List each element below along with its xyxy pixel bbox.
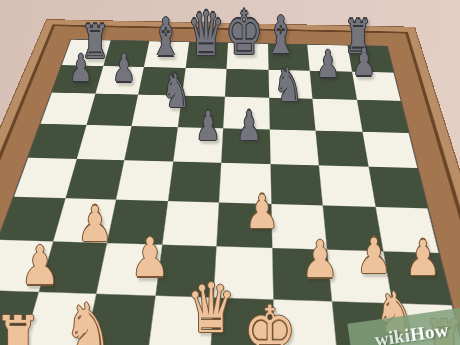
piece-white-king-e1: ♚ xyxy=(243,309,297,345)
white-pawn-glyph: ♟ xyxy=(301,235,339,286)
scene: ♜♝♛♚♝♜♟♟♟♟♞♞♟♟♟♟♟♟♟♟♟♛♚♞♞♜♜ wikiHow xyxy=(0,0,460,345)
piece-white-pawn-h2: ♟ xyxy=(405,242,441,282)
white-knight-glyph: ♞ xyxy=(64,295,112,345)
piece-black-king-e8: ♚ xyxy=(225,22,263,64)
white-pawn-glyph: ♟ xyxy=(77,199,113,248)
watermark-how-label: How xyxy=(409,319,450,345)
black-bishop-glyph: ♝ xyxy=(150,12,182,64)
black-bishop-glyph: ♝ xyxy=(265,10,297,62)
piece-white-pawn-f2: ♟ xyxy=(301,244,339,286)
piece-black-pawn-b7: ♟ xyxy=(112,61,135,87)
piece-white-pawn-b3: ♟ xyxy=(77,208,113,248)
pieces-layer: ♜♝♛♚♝♜♟♟♟♟♞♞♟♟♟♟♟♟♟♟♟♛♚♞♞♜♜ xyxy=(0,0,460,345)
black-pawn-glyph: ♟ xyxy=(316,45,339,83)
piece-black-pawn-g7: ♟ xyxy=(316,57,339,83)
piece-black-pawn-e5: ♟ xyxy=(236,119,261,147)
piece-white-queen-d1: ♛ xyxy=(186,287,236,343)
white-queen-glyph: ♛ xyxy=(186,275,236,343)
black-pawn-glyph: ♟ xyxy=(112,49,135,87)
piece-white-pawn-a2: ♟ xyxy=(20,249,59,293)
white-pawn-glyph: ♟ xyxy=(130,231,169,285)
piece-black-queen-d8: ♛ xyxy=(187,23,225,65)
piece-white-pawn-g2: ♟ xyxy=(356,240,392,280)
black-pawn-glyph: ♟ xyxy=(352,43,375,81)
white-pawn-glyph: ♟ xyxy=(20,239,59,293)
black-pawn-glyph: ♟ xyxy=(69,49,92,87)
white-pawn-glyph: ♟ xyxy=(356,231,392,280)
piece-black-knight-c6: ♞ xyxy=(162,82,191,114)
wikihow-watermark-text: wikiHow xyxy=(373,319,450,345)
black-king-glyph: ♚ xyxy=(225,3,263,64)
white-pawn-glyph: ♟ xyxy=(405,233,441,282)
piece-black-bishop-c8: ♝ xyxy=(150,28,182,64)
piece-white-pawn-c2: ♟ xyxy=(130,241,169,285)
black-queen-glyph: ♛ xyxy=(187,4,225,65)
piece-black-knight-f6: ♞ xyxy=(274,76,303,108)
watermark-wiki-label: wiki xyxy=(373,324,411,345)
piece-white-rook-a1: ♜ xyxy=(0,320,42,345)
piece-black-pawn-h7: ♟ xyxy=(352,55,375,81)
black-pawn-glyph: ♟ xyxy=(236,107,261,148)
piece-white-pawn-e3: ♟ xyxy=(245,197,279,235)
black-pawn-glyph: ♟ xyxy=(195,107,220,148)
black-knight-glyph: ♞ xyxy=(274,62,303,108)
piece-black-pawn-d5: ♟ xyxy=(195,119,220,147)
black-knight-glyph: ♞ xyxy=(162,68,191,114)
white-rook-glyph: ♜ xyxy=(0,308,42,345)
white-pawn-glyph: ♟ xyxy=(245,189,279,235)
piece-black-pawn-a7: ♟ xyxy=(69,61,92,87)
white-king-glyph: ♚ xyxy=(243,296,297,345)
piece-white-knight-b1: ♞ xyxy=(64,307,112,345)
